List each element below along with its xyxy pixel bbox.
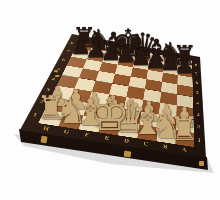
file-label-near: F [84,133,90,138]
file-label-far: F [114,43,118,46]
rank-label-left: 1 [32,112,38,117]
rank-label-left: 2 [39,100,45,104]
rank-label-right: 7 [195,72,198,75]
file-label-far: C [156,50,159,53]
file-label-far: E [128,45,132,48]
square-b1 [156,127,175,144]
square-c1 [137,124,157,141]
file-label-near: H [42,126,50,131]
brass-clasp-right [124,150,132,157]
square-a1 [175,130,194,147]
file-label-near: C [143,142,148,147]
brass-corner-fitting [199,161,204,166]
brass-clasp-left [40,136,47,144]
file-label-near: D [123,139,129,144]
file-label-far: B [169,53,173,56]
chess-set-photo: HH88GG77FF66EE55DD44CC33BB22AA11 ♜♞♝♛♚♝♞… [0,0,220,200]
file-label-near: E [104,136,110,141]
rank-label-right: 2 [197,125,201,129]
file-label-near: G [63,129,70,134]
rank-label-right: 5 [196,91,199,95]
file-label-far: G [99,40,103,43]
rank-label-left: 8 [70,42,74,45]
file-label-near: A [182,147,186,152]
square-d1 [118,121,140,138]
rank-label-left: 5 [56,67,61,70]
rank-label-left: 4 [51,77,56,81]
rank-label-right: 1 [197,138,201,143]
rank-label-right: 8 [195,64,198,67]
file-label-near: B [163,144,168,149]
rank-label-right: 6 [195,81,198,84]
rank-label-left: 6 [61,58,66,61]
rank-label-right: 3 [196,112,200,116]
file-label-far: A [183,55,186,58]
rank-label-left: 3 [45,88,50,92]
file-label-far: D [142,48,146,51]
rank-label-left: 7 [66,50,70,53]
file-label-far: H [85,38,90,41]
rank-label-right: 4 [196,101,199,105]
